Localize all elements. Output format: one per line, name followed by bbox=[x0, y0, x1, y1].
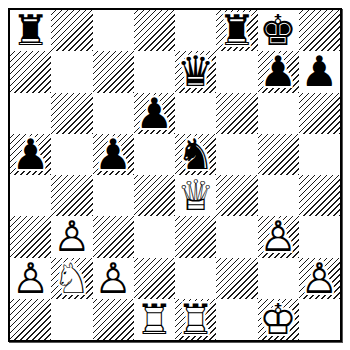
square-a8[interactable]: ♜ bbox=[10, 10, 51, 51]
square-a7[interactable] bbox=[10, 51, 51, 92]
square-e7[interactable]: ♛ bbox=[175, 51, 216, 92]
black-queen: ♛ bbox=[175, 51, 216, 92]
board-frame: ♜♜♚♛♟♟♟♟♟♞♛♕♟♙♟♙♟♙♞♘♟♙♟♙♜♖♜♖♚♔ bbox=[8, 8, 342, 342]
square-b7[interactable] bbox=[51, 51, 92, 92]
square-c5[interactable]: ♟ bbox=[93, 134, 134, 175]
square-d3[interactable] bbox=[134, 216, 175, 257]
square-e4[interactable]: ♛♕ bbox=[175, 175, 216, 216]
white-king: ♚♔ bbox=[258, 299, 299, 340]
square-a5[interactable]: ♟ bbox=[10, 134, 51, 175]
square-g1[interactable]: ♚♔ bbox=[258, 299, 299, 340]
square-b2[interactable]: ♞♘ bbox=[51, 258, 92, 299]
square-b3[interactable]: ♟♙ bbox=[51, 216, 92, 257]
square-g8[interactable]: ♚ bbox=[258, 10, 299, 51]
square-e8[interactable] bbox=[175, 10, 216, 51]
square-b6[interactable] bbox=[51, 93, 92, 134]
black-pawn: ♟ bbox=[10, 134, 51, 175]
square-e3[interactable] bbox=[175, 216, 216, 257]
square-a1[interactable] bbox=[10, 299, 51, 340]
black-pawn: ♟ bbox=[93, 134, 134, 175]
square-a4[interactable] bbox=[10, 175, 51, 216]
white-rook: ♜♖ bbox=[175, 299, 216, 340]
square-a3[interactable] bbox=[10, 216, 51, 257]
square-h3[interactable] bbox=[299, 216, 340, 257]
square-c1[interactable] bbox=[93, 299, 134, 340]
black-pawn: ♟ bbox=[134, 93, 175, 134]
square-h1[interactable] bbox=[299, 299, 340, 340]
square-b8[interactable] bbox=[51, 10, 92, 51]
square-c7[interactable] bbox=[93, 51, 134, 92]
square-d7[interactable] bbox=[134, 51, 175, 92]
black-rook: ♜ bbox=[10, 10, 51, 51]
square-c4[interactable] bbox=[93, 175, 134, 216]
square-f1[interactable] bbox=[216, 299, 257, 340]
square-d6[interactable]: ♟ bbox=[134, 93, 175, 134]
square-f4[interactable] bbox=[216, 175, 257, 216]
square-h5[interactable] bbox=[299, 134, 340, 175]
white-pawn: ♟♙ bbox=[10, 258, 51, 299]
square-d5[interactable] bbox=[134, 134, 175, 175]
square-e6[interactable] bbox=[175, 93, 216, 134]
chess-board: ♜♜♚♛♟♟♟♟♟♞♛♕♟♙♟♙♟♙♞♘♟♙♟♙♜♖♜♖♚♔ bbox=[10, 10, 340, 340]
square-h8[interactable] bbox=[299, 10, 340, 51]
square-g2[interactable] bbox=[258, 258, 299, 299]
square-f8[interactable]: ♜ bbox=[216, 10, 257, 51]
square-f3[interactable] bbox=[216, 216, 257, 257]
black-king: ♚ bbox=[258, 10, 299, 51]
square-g4[interactable] bbox=[258, 175, 299, 216]
square-c6[interactable] bbox=[93, 93, 134, 134]
white-pawn: ♟♙ bbox=[258, 216, 299, 257]
square-c8[interactable] bbox=[93, 10, 134, 51]
square-f6[interactable] bbox=[216, 93, 257, 134]
black-knight: ♞ bbox=[175, 134, 216, 175]
square-c3[interactable] bbox=[93, 216, 134, 257]
square-e1[interactable]: ♜♖ bbox=[175, 299, 216, 340]
white-pawn: ♟♙ bbox=[93, 258, 134, 299]
black-pawn: ♟ bbox=[299, 51, 340, 92]
square-h6[interactable] bbox=[299, 93, 340, 134]
square-d1[interactable]: ♜♖ bbox=[134, 299, 175, 340]
square-g3[interactable]: ♟♙ bbox=[258, 216, 299, 257]
square-a2[interactable]: ♟♙ bbox=[10, 258, 51, 299]
white-pawn: ♟♙ bbox=[51, 216, 92, 257]
square-g6[interactable] bbox=[258, 93, 299, 134]
white-knight: ♞♘ bbox=[51, 258, 92, 299]
square-h4[interactable] bbox=[299, 175, 340, 216]
white-rook: ♜♖ bbox=[134, 299, 175, 340]
square-c2[interactable]: ♟♙ bbox=[93, 258, 134, 299]
square-g5[interactable] bbox=[258, 134, 299, 175]
square-e2[interactable] bbox=[175, 258, 216, 299]
square-d2[interactable] bbox=[134, 258, 175, 299]
square-g7[interactable]: ♟ bbox=[258, 51, 299, 92]
square-b5[interactable] bbox=[51, 134, 92, 175]
square-f7[interactable] bbox=[216, 51, 257, 92]
square-a6[interactable] bbox=[10, 93, 51, 134]
square-b1[interactable] bbox=[51, 299, 92, 340]
square-h2[interactable]: ♟♙ bbox=[299, 258, 340, 299]
black-pawn: ♟ bbox=[258, 51, 299, 92]
square-f2[interactable] bbox=[216, 258, 257, 299]
square-h7[interactable]: ♟ bbox=[299, 51, 340, 92]
square-b4[interactable] bbox=[51, 175, 92, 216]
black-rook: ♜ bbox=[216, 10, 257, 51]
square-e5[interactable]: ♞ bbox=[175, 134, 216, 175]
square-f5[interactable] bbox=[216, 134, 257, 175]
square-d8[interactable] bbox=[134, 10, 175, 51]
square-d4[interactable] bbox=[134, 175, 175, 216]
white-pawn: ♟♙ bbox=[299, 258, 340, 299]
white-queen: ♛♕ bbox=[175, 175, 216, 216]
